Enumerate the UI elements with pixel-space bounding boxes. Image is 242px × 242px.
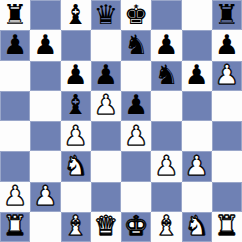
square-d4[interactable]: [91, 121, 121, 151]
piece-black-pawn[interactable]: ♟: [33, 31, 57, 58]
square-c3[interactable]: ♞: [61, 151, 91, 181]
square-f7[interactable]: ♟: [151, 30, 181, 60]
square-a2[interactable]: ♟: [0, 182, 30, 212]
square-e4[interactable]: ♟: [121, 121, 151, 151]
square-f4[interactable]: [151, 121, 181, 151]
square-h5[interactable]: [212, 91, 242, 121]
square-b3[interactable]: [30, 151, 60, 181]
square-c6[interactable]: ♟: [61, 61, 91, 91]
square-h4[interactable]: [212, 121, 242, 151]
square-a6[interactable]: [0, 61, 30, 91]
square-c2[interactable]: [61, 182, 91, 212]
square-h2[interactable]: [212, 182, 242, 212]
square-e2[interactable]: [121, 182, 151, 212]
square-b8[interactable]: [30, 0, 60, 30]
piece-black-pawn[interactable]: ♟: [154, 31, 178, 58]
square-a1[interactable]: ♜: [0, 212, 30, 242]
piece-black-pawn[interactable]: ♟: [3, 31, 27, 58]
square-b7[interactable]: ♟: [30, 30, 60, 60]
piece-white-pawn[interactable]: ♟: [154, 152, 178, 179]
square-c4[interactable]: ♟: [61, 121, 91, 151]
piece-black-knight[interactable]: ♞: [154, 61, 178, 88]
square-d5[interactable]: ♟: [91, 91, 121, 121]
square-e1[interactable]: ♚: [121, 212, 151, 242]
square-c1[interactable]: ♝: [61, 212, 91, 242]
square-g8[interactable]: [182, 0, 212, 30]
square-f3[interactable]: ♟: [151, 151, 181, 181]
piece-white-rook[interactable]: ♜: [3, 212, 27, 239]
square-a8[interactable]: ♜: [0, 0, 30, 30]
square-b2[interactable]: ♟: [30, 182, 60, 212]
piece-black-rook[interactable]: ♜: [215, 1, 239, 28]
square-e8[interactable]: ♚: [121, 0, 151, 30]
square-a4[interactable]: [0, 121, 30, 151]
square-b1[interactable]: [30, 212, 60, 242]
piece-white-pawn[interactable]: ♟: [64, 122, 88, 149]
square-g7[interactable]: [182, 30, 212, 60]
piece-white-pawn[interactable]: ♟: [185, 152, 209, 179]
piece-white-bishop[interactable]: ♝: [64, 212, 88, 239]
square-d3[interactable]: [91, 151, 121, 181]
square-f1[interactable]: ♝: [151, 212, 181, 242]
piece-white-king[interactable]: ♚: [124, 212, 148, 239]
square-h1[interactable]: ♜: [212, 212, 242, 242]
chess-board: ♜♝♛♚♜♟♟♞♟♟♟♟♞♟♟♝♟♟♟♟♞♟♟♟♟♜♝♛♚♝♞♜: [0, 0, 242, 242]
square-d8[interactable]: ♛: [91, 0, 121, 30]
square-d1[interactable]: ♛: [91, 212, 121, 242]
piece-white-pawn[interactable]: ♟: [124, 122, 148, 149]
piece-white-pawn[interactable]: ♟: [33, 182, 57, 209]
piece-white-rook[interactable]: ♜: [215, 212, 239, 239]
square-b6[interactable]: [30, 61, 60, 91]
piece-black-knight[interactable]: ♞: [124, 31, 148, 58]
square-h3[interactable]: [212, 151, 242, 181]
square-a7[interactable]: ♟: [0, 30, 30, 60]
square-b4[interactable]: [30, 121, 60, 151]
square-g6[interactable]: ♟: [182, 61, 212, 91]
square-b5[interactable]: [30, 91, 60, 121]
piece-white-pawn[interactable]: ♟: [3, 182, 27, 209]
square-f6[interactable]: ♞: [151, 61, 181, 91]
piece-black-pawn[interactable]: ♟: [185, 61, 209, 88]
square-e6[interactable]: [121, 61, 151, 91]
square-e7[interactable]: ♞: [121, 30, 151, 60]
square-f8[interactable]: [151, 0, 181, 30]
square-f5[interactable]: [151, 91, 181, 121]
piece-black-rook[interactable]: ♜: [3, 1, 27, 28]
square-h6[interactable]: ♟: [212, 61, 242, 91]
square-d6[interactable]: ♟: [91, 61, 121, 91]
square-e3[interactable]: [121, 151, 151, 181]
square-g1[interactable]: ♞: [182, 212, 212, 242]
square-d7[interactable]: [91, 30, 121, 60]
square-g5[interactable]: [182, 91, 212, 121]
piece-white-pawn[interactable]: ♟: [215, 61, 239, 88]
piece-black-pawn[interactable]: ♟: [94, 61, 118, 88]
piece-white-bishop[interactable]: ♝: [154, 212, 178, 239]
piece-white-queen[interactable]: ♛: [94, 212, 118, 239]
piece-black-pawn[interactable]: ♟: [64, 61, 88, 88]
piece-black-queen[interactable]: ♛: [94, 1, 118, 28]
piece-black-pawn[interactable]: ♟: [124, 91, 148, 118]
square-a5[interactable]: [0, 91, 30, 121]
square-g4[interactable]: [182, 121, 212, 151]
piece-white-knight[interactable]: ♞: [185, 212, 209, 239]
piece-black-bishop[interactable]: ♝: [64, 91, 88, 118]
piece-black-pawn[interactable]: ♟: [215, 31, 239, 58]
square-e5[interactable]: ♟: [121, 91, 151, 121]
square-d2[interactable]: [91, 182, 121, 212]
square-f2[interactable]: [151, 182, 181, 212]
piece-black-bishop[interactable]: ♝: [64, 1, 88, 28]
piece-white-knight[interactable]: ♞: [64, 152, 88, 179]
square-h7[interactable]: ♟: [212, 30, 242, 60]
square-c7[interactable]: [61, 30, 91, 60]
piece-white-pawn[interactable]: ♟: [94, 91, 118, 118]
square-g3[interactable]: ♟: [182, 151, 212, 181]
square-c8[interactable]: ♝: [61, 0, 91, 30]
square-h8[interactable]: ♜: [212, 0, 242, 30]
square-a3[interactable]: [0, 151, 30, 181]
chess-board-window: ♜♝♛♚♜♟♟♞♟♟♟♟♞♟♟♝♟♟♟♟♞♟♟♟♟♜♝♛♚♝♞♜: [0, 0, 242, 242]
square-c5[interactable]: ♝: [61, 91, 91, 121]
piece-black-king[interactable]: ♚: [124, 1, 148, 28]
square-g2[interactable]: [182, 182, 212, 212]
